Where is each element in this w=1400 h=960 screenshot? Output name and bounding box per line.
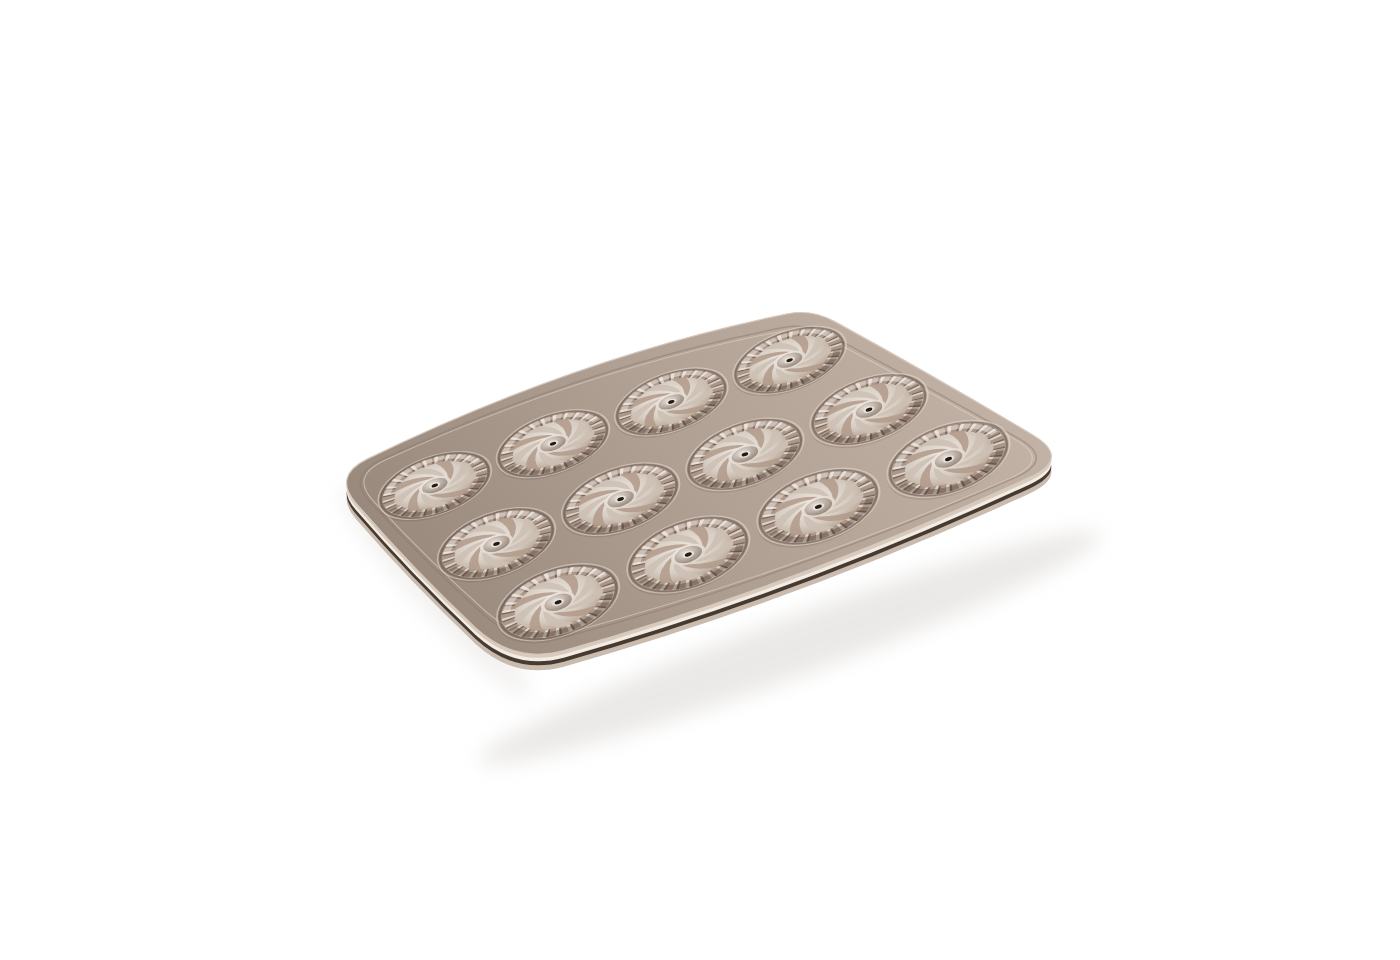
product-photo: 12-cavity mini bundt fluted cake baking … — [0, 0, 1400, 960]
baking-pan — [0, 0, 1400, 960]
